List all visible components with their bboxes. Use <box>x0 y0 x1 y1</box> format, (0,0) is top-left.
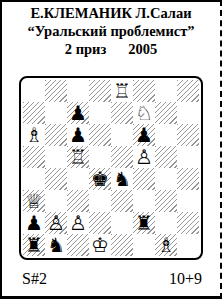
square-f4 <box>133 168 155 190</box>
square-e4: ♞ <box>111 168 133 190</box>
square-h4 <box>177 168 199 190</box>
source-title: “Уральский проблемист” <box>2 22 220 40</box>
square-f6: ♟ <box>133 124 155 146</box>
square-c7: ♟ <box>67 102 89 124</box>
square-h3 <box>177 190 199 212</box>
square-h1 <box>177 234 199 256</box>
board-grid: ♖♟♘♗♟♟♖♙♚♞♕♟♙♙♜♜♞♔♗ <box>23 80 199 256</box>
square-d5 <box>89 146 111 168</box>
square-d2 <box>89 212 111 234</box>
diagram-page: Е.КЛЕМАНИК Л.Салаи “Уральский проблемист… <box>0 0 222 305</box>
square-f7: ♘ <box>133 102 155 124</box>
piece-bK-d4: ♚ <box>91 168 109 190</box>
square-d1: ♔ <box>89 234 111 256</box>
square-a4 <box>23 168 45 190</box>
square-f1 <box>133 234 155 256</box>
piece-wP-b2: ♙ <box>47 212 65 234</box>
square-g6 <box>155 124 177 146</box>
square-e7 <box>111 102 133 124</box>
piece-wB-a6: ♗ <box>25 124 43 146</box>
piece-wP-f5: ♙ <box>135 146 153 168</box>
square-a3: ♕ <box>23 190 45 212</box>
square-c3 <box>67 190 89 212</box>
square-g8 <box>155 80 177 102</box>
piece-bR-a1: ♜ <box>25 234 43 256</box>
piece-wR-c5: ♖ <box>69 146 87 168</box>
square-e3 <box>111 190 133 212</box>
piece-wK-d1: ♔ <box>91 234 109 256</box>
square-a1: ♜ <box>23 234 45 256</box>
chess-board: ♖♟♘♗♟♟♖♙♚♞♕♟♙♙♜♜♞♔♗ <box>19 76 203 260</box>
square-b8 <box>45 80 67 102</box>
square-b6 <box>45 124 67 146</box>
square-f2: ♜ <box>133 212 155 234</box>
square-f8 <box>133 80 155 102</box>
square-h6 <box>177 124 199 146</box>
square-a5 <box>23 146 45 168</box>
square-e5 <box>111 146 133 168</box>
square-b5 <box>45 146 67 168</box>
square-h5 <box>177 146 199 168</box>
piece-bN-e4: ♞ <box>113 168 131 190</box>
piece-bP-f6: ♟ <box>135 124 153 146</box>
square-h2 <box>177 212 199 234</box>
square-f5: ♙ <box>133 146 155 168</box>
square-b1: ♞ <box>45 234 67 256</box>
square-d7 <box>89 102 111 124</box>
square-c1 <box>67 234 89 256</box>
square-c6: ♟ <box>67 124 89 146</box>
piece-bP-c7: ♟ <box>69 102 87 124</box>
piece-bR-f2: ♜ <box>135 212 153 234</box>
square-b3 <box>45 190 67 212</box>
piece-bP-a2: ♟ <box>25 212 43 234</box>
piece-bN-b1: ♞ <box>47 234 65 256</box>
square-a8 <box>23 80 45 102</box>
square-g7 <box>155 102 177 124</box>
square-g3 <box>155 190 177 212</box>
piece-wP-c2: ♙ <box>69 212 87 234</box>
prize-row: 2 приз 2005 <box>2 40 220 58</box>
square-d8 <box>89 80 111 102</box>
square-e6 <box>111 124 133 146</box>
piece-wQ-a3: ♕ <box>25 190 43 212</box>
square-e2 <box>111 212 133 234</box>
square-e1 <box>111 234 133 256</box>
caption-row: S#2 10+9 <box>22 268 202 290</box>
prize: 2 приз <box>65 40 106 58</box>
square-d3 <box>89 190 111 212</box>
square-b2: ♙ <box>45 212 67 234</box>
square-f3 <box>133 190 155 212</box>
piece-wB-g1: ♗ <box>157 234 175 256</box>
square-a7 <box>23 102 45 124</box>
square-h8 <box>177 80 199 102</box>
square-c4 <box>67 168 89 190</box>
square-a6: ♗ <box>23 124 45 146</box>
year: 2005 <box>128 40 157 58</box>
square-g1: ♗ <box>155 234 177 256</box>
piece-wN-f7: ♘ <box>135 102 153 124</box>
clipping-frame: Е.КЛЕМАНИК Л.Салаи “Уральский проблемист… <box>0 0 222 299</box>
square-c8 <box>67 80 89 102</box>
square-d4: ♚ <box>89 168 111 190</box>
square-b4 <box>45 168 67 190</box>
header: Е.КЛЕМАНИК Л.Салаи “Уральский проблемист… <box>2 4 220 58</box>
piece-bP-c6: ♟ <box>69 124 87 146</box>
square-g4 <box>155 168 177 190</box>
stipulation: S#2 <box>22 268 47 290</box>
square-c2: ♙ <box>67 212 89 234</box>
material-count: 10+9 <box>169 268 202 290</box>
authors: Е.КЛЕМАНИК Л.Салаи <box>2 4 220 22</box>
square-c5: ♖ <box>67 146 89 168</box>
piece-wR-e8: ♖ <box>113 80 131 102</box>
square-e8: ♖ <box>111 80 133 102</box>
square-d6 <box>89 124 111 146</box>
square-h7 <box>177 102 199 124</box>
square-a2: ♟ <box>23 212 45 234</box>
square-g2 <box>155 212 177 234</box>
square-b7 <box>45 102 67 124</box>
square-g5 <box>155 146 177 168</box>
